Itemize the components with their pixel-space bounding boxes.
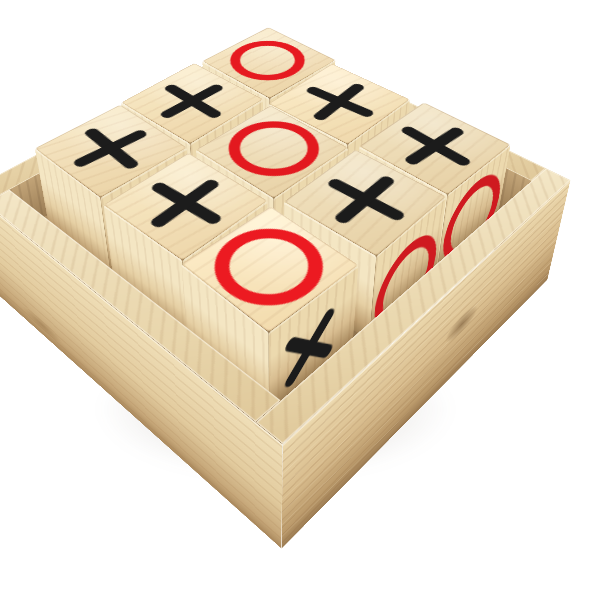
piece-mark — [136, 172, 235, 237]
product-photo-canvas: { "game": { "name": "tic-tac-toe", "vari… — [0, 0, 590, 590]
piece-mark — [389, 119, 481, 174]
piece-mark — [66, 121, 157, 177]
photo-stage — [0, 0, 590, 590]
piece-mark — [149, 77, 235, 126]
piece-mark — [297, 78, 382, 126]
piece-mark — [316, 168, 414, 232]
